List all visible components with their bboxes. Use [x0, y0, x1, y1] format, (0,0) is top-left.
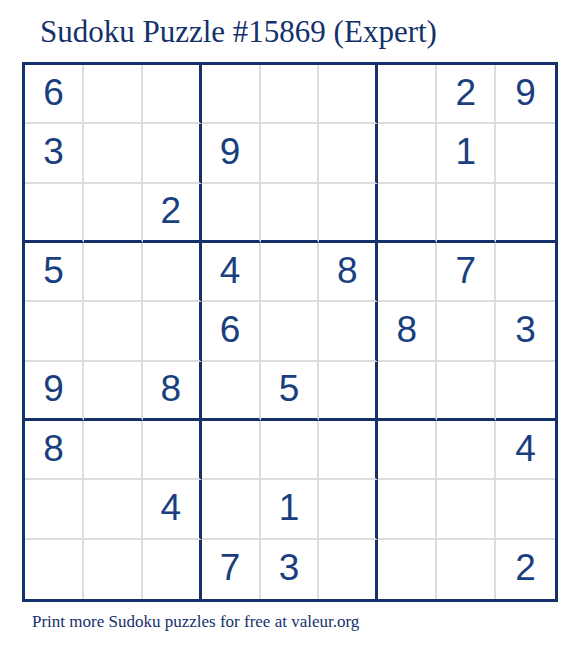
sudoku-cell-r3c6[interactable]: [319, 184, 378, 243]
sudoku-cell-r9c7[interactable]: [378, 540, 437, 599]
sudoku-cell-r4c6[interactable]: 8: [319, 243, 378, 302]
sudoku-cell-r1c5[interactable]: [261, 65, 320, 124]
sudoku-cell-r8c1[interactable]: [25, 480, 84, 539]
sudoku-cell-r1c3[interactable]: [143, 65, 202, 124]
sudoku-cell-r5c9[interactable]: 3: [496, 302, 555, 361]
sudoku-cell-r8c7[interactable]: [378, 480, 437, 539]
sudoku-cell-r5c5[interactable]: [261, 302, 320, 361]
sudoku-cell-r1c6[interactable]: [319, 65, 378, 124]
sudoku-cell-r8c8[interactable]: [437, 480, 496, 539]
sudoku-cell-r6c8[interactable]: [437, 362, 496, 421]
sudoku-cell-r6c1[interactable]: 9: [25, 362, 84, 421]
sudoku-cell-r3c3[interactable]: 2: [143, 184, 202, 243]
sudoku-cell-r9c8[interactable]: [437, 540, 496, 599]
sudoku-cell-r6c9[interactable]: [496, 362, 555, 421]
sudoku-cell-r4c5[interactable]: [261, 243, 320, 302]
sudoku-cell-r1c8[interactable]: 2: [437, 65, 496, 124]
sudoku-cell-r4c4[interactable]: 4: [202, 243, 261, 302]
sudoku-cell-r3c5[interactable]: [261, 184, 320, 243]
sudoku-cell-r3c1[interactable]: [25, 184, 84, 243]
sudoku-cell-r5c6[interactable]: [319, 302, 378, 361]
sudoku-cell-r9c9[interactable]: 2: [496, 540, 555, 599]
sudoku-cell-r7c6[interactable]: [319, 421, 378, 480]
sudoku-cell-r7c9[interactable]: 4: [496, 421, 555, 480]
sudoku-cell-r3c9[interactable]: [496, 184, 555, 243]
sudoku-cell-r5c7[interactable]: 8: [378, 302, 437, 361]
sudoku-cell-r2c4[interactable]: 9: [202, 124, 261, 183]
sudoku-cell-r4c9[interactable]: [496, 243, 555, 302]
sudoku-cell-r4c7[interactable]: [378, 243, 437, 302]
page-title: Sudoku Puzzle #15869 (Expert): [40, 14, 437, 50]
sudoku-cell-r2c7[interactable]: [378, 124, 437, 183]
sudoku-cell-r4c2[interactable]: [84, 243, 143, 302]
sudoku-cell-r2c2[interactable]: [84, 124, 143, 183]
sudoku-cell-r3c7[interactable]: [378, 184, 437, 243]
sudoku-cell-r1c7[interactable]: [378, 65, 437, 124]
sudoku-cell-r7c2[interactable]: [84, 421, 143, 480]
footer-text: Print more Sudoku puzzles for free at va…: [32, 612, 359, 632]
sudoku-cell-r8c5[interactable]: 1: [261, 480, 320, 539]
sudoku-cell-r6c3[interactable]: 8: [143, 362, 202, 421]
sudoku-cell-r9c3[interactable]: [143, 540, 202, 599]
sudoku-cell-r8c4[interactable]: [202, 480, 261, 539]
sudoku-cell-r8c2[interactable]: [84, 480, 143, 539]
sudoku-board: 629391254876839858441732: [22, 62, 558, 602]
sudoku-cell-r6c6[interactable]: [319, 362, 378, 421]
sudoku-print-page: Sudoku Puzzle #15869 (Expert) 6293912548…: [0, 0, 580, 651]
sudoku-cell-r5c8[interactable]: [437, 302, 496, 361]
sudoku-cell-r4c3[interactable]: [143, 243, 202, 302]
sudoku-cell-r7c1[interactable]: 8: [25, 421, 84, 480]
sudoku-cell-r6c7[interactable]: [378, 362, 437, 421]
sudoku-cell-r6c5[interactable]: 5: [261, 362, 320, 421]
sudoku-cell-r9c6[interactable]: [319, 540, 378, 599]
sudoku-cell-r7c3[interactable]: [143, 421, 202, 480]
sudoku-cell-r5c3[interactable]: [143, 302, 202, 361]
sudoku-cell-r9c5[interactable]: 3: [261, 540, 320, 599]
sudoku-cell-r8c3[interactable]: 4: [143, 480, 202, 539]
sudoku-cell-r9c1[interactable]: [25, 540, 84, 599]
sudoku-cell-r8c6[interactable]: [319, 480, 378, 539]
sudoku-cell-r4c1[interactable]: 5: [25, 243, 84, 302]
sudoku-cell-r5c1[interactable]: [25, 302, 84, 361]
sudoku-cell-r2c1[interactable]: 3: [25, 124, 84, 183]
sudoku-cell-r7c5[interactable]: [261, 421, 320, 480]
sudoku-cell-r7c8[interactable]: [437, 421, 496, 480]
sudoku-cell-r2c6[interactable]: [319, 124, 378, 183]
sudoku-cell-r2c8[interactable]: 1: [437, 124, 496, 183]
sudoku-cell-r9c2[interactable]: [84, 540, 143, 599]
sudoku-cell-r6c4[interactable]: [202, 362, 261, 421]
sudoku-cell-r3c4[interactable]: [202, 184, 261, 243]
sudoku-cell-r4c8[interactable]: 7: [437, 243, 496, 302]
sudoku-cell-r1c2[interactable]: [84, 65, 143, 124]
sudoku-cell-r1c4[interactable]: [202, 65, 261, 124]
sudoku-cell-r2c3[interactable]: [143, 124, 202, 183]
sudoku-cell-r2c9[interactable]: [496, 124, 555, 183]
sudoku-cell-r8c9[interactable]: [496, 480, 555, 539]
sudoku-cell-r1c9[interactable]: 9: [496, 65, 555, 124]
sudoku-cell-r3c2[interactable]: [84, 184, 143, 243]
sudoku-cell-r1c1[interactable]: 6: [25, 65, 84, 124]
sudoku-cell-r5c4[interactable]: 6: [202, 302, 261, 361]
sudoku-cell-r3c8[interactable]: [437, 184, 496, 243]
sudoku-cell-r2c5[interactable]: [261, 124, 320, 183]
sudoku-cell-r6c2[interactable]: [84, 362, 143, 421]
sudoku-cell-r7c7[interactable]: [378, 421, 437, 480]
sudoku-cell-r7c4[interactable]: [202, 421, 261, 480]
sudoku-cell-r5c2[interactable]: [84, 302, 143, 361]
sudoku-cell-r9c4[interactable]: 7: [202, 540, 261, 599]
